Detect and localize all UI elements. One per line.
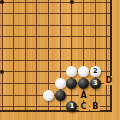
grid-line-vertical: [25, 0, 26, 110]
stone-white[interactable]: [43, 90, 54, 101]
star-point: [0, 70, 4, 74]
stone-black[interactable]: [78, 78, 89, 89]
grid-line-vertical: [106, 0, 107, 110]
go-board[interactable]: 231ABCD: [0, 0, 120, 120]
stone-black-numbered-3[interactable]: 3: [90, 78, 101, 89]
stone-white[interactable]: [55, 78, 66, 89]
point-label-D[interactable]: D: [104, 76, 114, 85]
point-label-C[interactable]: C: [79, 102, 89, 111]
point-label-B[interactable]: B: [90, 102, 100, 111]
stone-white[interactable]: [78, 66, 89, 77]
star-point: [0, 0, 4, 4]
stone-white[interactable]: [66, 66, 77, 77]
stone-black[interactable]: [66, 78, 77, 89]
grid-line-vertical: [95, 0, 96, 110]
grid-line-vertical: [13, 0, 14, 110]
grid-line-vertical: [36, 0, 37, 110]
star-point: [70, 0, 74, 4]
stone-white-numbered-2[interactable]: 2: [90, 66, 101, 77]
grid-line-vertical: [71, 0, 72, 110]
point-label-A[interactable]: A: [79, 91, 89, 100]
grid-line-vertical: [2, 0, 3, 110]
stone-black[interactable]: [55, 90, 66, 101]
board-edge-right: [110, 0, 112, 112]
